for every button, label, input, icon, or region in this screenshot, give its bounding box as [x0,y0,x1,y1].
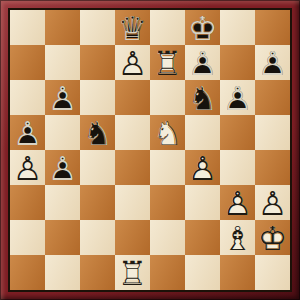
square-e6[interactable] [150,80,185,115]
square-d2[interactable] [115,220,150,255]
square-a2[interactable] [10,220,45,255]
square-d6[interactable] [115,80,150,115]
black-king: ♚♔ [185,10,220,45]
square-g5[interactable] [220,115,255,150]
square-g7[interactable] [220,45,255,80]
square-a4[interactable]: ♟♙ [10,150,45,185]
black-pawn: ♟♙ [45,150,80,185]
square-c8[interactable] [80,10,115,45]
square-a1[interactable] [10,255,45,290]
square-h1[interactable] [255,255,290,290]
white-rook: ♜♖ [150,45,185,80]
black-pawn: ♟♙ [185,45,220,80]
square-h4[interactable] [255,150,290,185]
square-a6[interactable] [10,80,45,115]
square-h6[interactable] [255,80,290,115]
square-d5[interactable] [115,115,150,150]
board-frame: ♛♕♚♔♟♙♜♖♟♙♟♙♟♙♞♘♟♙♟♙♞♘♞♘♟♙♟♙♟♙♟♙♟♙♝♗♚♔♜♖ [0,0,300,300]
square-d8[interactable]: ♛♕ [115,10,150,45]
square-f6[interactable]: ♞♘ [185,80,220,115]
square-e7[interactable]: ♜♖ [150,45,185,80]
square-h7[interactable]: ♟♙ [255,45,290,80]
square-c2[interactable] [80,220,115,255]
square-c7[interactable] [80,45,115,80]
square-a3[interactable] [10,185,45,220]
square-c4[interactable] [80,150,115,185]
white-pawn: ♟♙ [220,185,255,220]
square-e5[interactable]: ♞♘ [150,115,185,150]
square-a7[interactable] [10,45,45,80]
square-d7[interactable]: ♟♙ [115,45,150,80]
white-king: ♚♔ [255,220,290,255]
square-h8[interactable] [255,10,290,45]
square-b1[interactable] [45,255,80,290]
square-g4[interactable] [220,150,255,185]
square-e4[interactable] [150,150,185,185]
square-b5[interactable] [45,115,80,150]
black-pawn: ♟♙ [45,80,80,115]
black-pawn: ♟♙ [10,115,45,150]
square-b7[interactable] [45,45,80,80]
white-pawn: ♟♙ [185,150,220,185]
square-h3[interactable]: ♟♙ [255,185,290,220]
square-g2[interactable]: ♝♗ [220,220,255,255]
square-b2[interactable] [45,220,80,255]
square-d3[interactable] [115,185,150,220]
black-queen: ♛♕ [115,10,150,45]
square-a8[interactable] [10,10,45,45]
square-d4[interactable] [115,150,150,185]
square-h5[interactable] [255,115,290,150]
square-e2[interactable] [150,220,185,255]
square-a5[interactable]: ♟♙ [10,115,45,150]
white-knight: ♞♘ [150,115,185,150]
square-b8[interactable] [45,10,80,45]
square-c5[interactable]: ♞♘ [80,115,115,150]
square-f2[interactable] [185,220,220,255]
white-pawn: ♟♙ [10,150,45,185]
square-f8[interactable]: ♚♔ [185,10,220,45]
black-pawn: ♟♙ [220,80,255,115]
square-h2[interactable]: ♚♔ [255,220,290,255]
square-e1[interactable] [150,255,185,290]
white-rook: ♜♖ [115,255,150,290]
square-f7[interactable]: ♟♙ [185,45,220,80]
square-b6[interactable]: ♟♙ [45,80,80,115]
square-f4[interactable]: ♟♙ [185,150,220,185]
square-g6[interactable]: ♟♙ [220,80,255,115]
white-pawn: ♟♙ [255,185,290,220]
square-c3[interactable] [80,185,115,220]
square-d1[interactable]: ♜♖ [115,255,150,290]
square-b3[interactable] [45,185,80,220]
square-g1[interactable] [220,255,255,290]
square-e8[interactable] [150,10,185,45]
chess-board: ♛♕♚♔♟♙♜♖♟♙♟♙♟♙♞♘♟♙♟♙♞♘♞♘♟♙♟♙♟♙♟♙♟♙♝♗♚♔♜♖ [8,8,292,292]
square-f3[interactable] [185,185,220,220]
square-c1[interactable] [80,255,115,290]
square-b4[interactable]: ♟♙ [45,150,80,185]
black-pawn: ♟♙ [255,45,290,80]
white-pawn: ♟♙ [115,45,150,80]
square-f5[interactable] [185,115,220,150]
square-g3[interactable]: ♟♙ [220,185,255,220]
black-knight: ♞♘ [80,115,115,150]
square-c6[interactable] [80,80,115,115]
white-bishop: ♝♗ [220,220,255,255]
black-knight: ♞♘ [185,80,220,115]
square-e3[interactable] [150,185,185,220]
square-g8[interactable] [220,10,255,45]
square-f1[interactable] [185,255,220,290]
